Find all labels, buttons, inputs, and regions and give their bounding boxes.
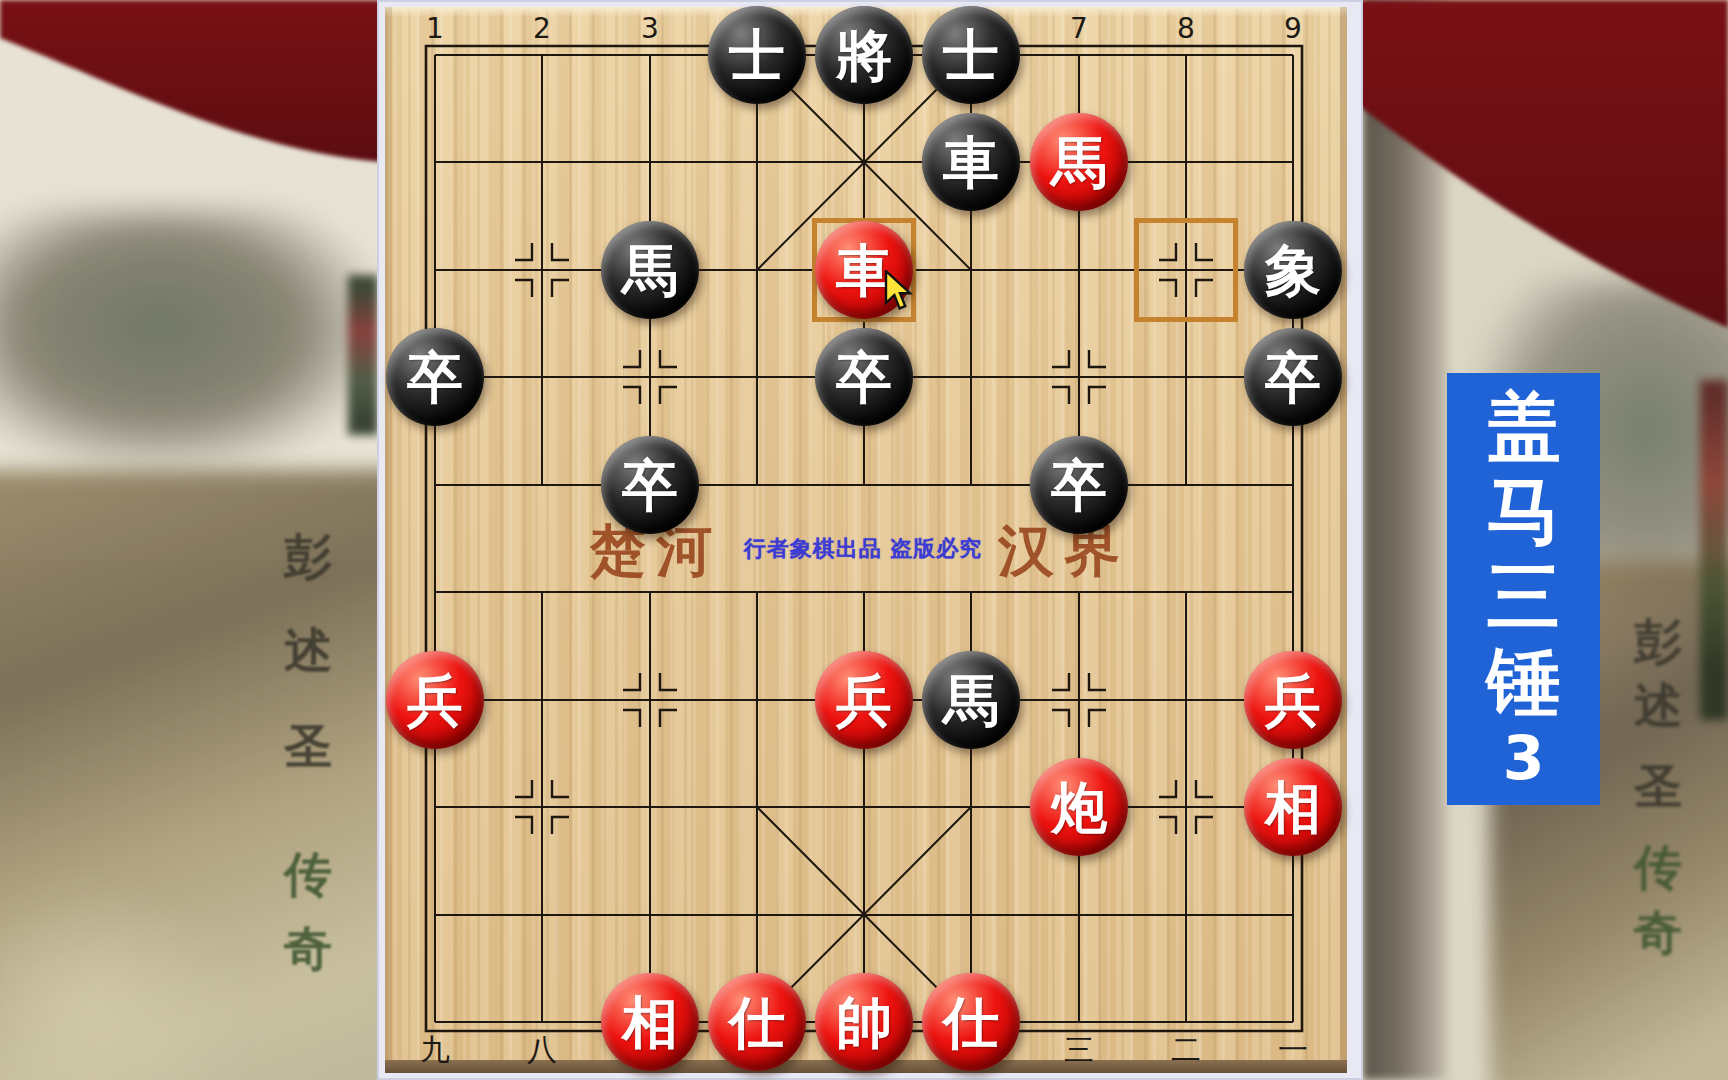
piece-glyph: 仕 (729, 994, 785, 1050)
puzzle-title-char: 锤 (1487, 644, 1561, 718)
file-label-top-9: 9 (1271, 12, 1315, 45)
file-label-top-7: 7 (1057, 12, 1101, 45)
puzzle-title-char: 三 (1487, 559, 1561, 633)
piece-glyph: 帥 (836, 994, 892, 1050)
piece-black-horse[interactable]: 馬 (601, 221, 699, 319)
piece-black-general[interactable]: 將 (815, 6, 913, 104)
puzzle-title-char: 盖 (1487, 390, 1561, 464)
piece-red-elephant[interactable]: 相 (601, 973, 699, 1071)
piece-glyph: 將 (836, 27, 892, 83)
piece-black-advisor[interactable]: 士 (708, 6, 806, 104)
piece-red-elephant[interactable]: 相 (1244, 758, 1342, 856)
file-label-top-2: 2 (520, 12, 564, 45)
piece-glyph: 兵 (836, 672, 892, 728)
piece-glyph: 兵 (1265, 672, 1321, 728)
piece-glyph: 卒 (836, 349, 892, 405)
piece-black-pawn[interactable]: 卒 (601, 436, 699, 534)
piece-black-elephant[interactable]: 象 (1244, 221, 1342, 319)
screenshot-canvas: 彭述圣传奇 彭述圣传奇 123789 九八三二一 楚河 汉界 行者象棋出品 盗版… (0, 0, 1728, 1080)
piece-glyph: 士 (943, 27, 999, 83)
file-label-bottom-9: 一 (1271, 1030, 1315, 1071)
piece-black-pawn[interactable]: 卒 (386, 328, 484, 426)
piece-red-cannon[interactable]: 炮 (1030, 758, 1128, 856)
piece-red-king[interactable]: 帥 (815, 973, 913, 1071)
piece-glyph: 卒 (1051, 457, 1107, 513)
watermark-text: 行者象棋出品 盗版必究 (698, 534, 1028, 564)
file-label-bottom-2: 八 (520, 1030, 564, 1071)
piece-red-advisor[interactable]: 仕 (708, 973, 806, 1071)
piece-black-pawn[interactable]: 卒 (1244, 328, 1342, 426)
piece-glyph: 車 (943, 134, 999, 190)
file-label-top-1: 1 (413, 12, 457, 45)
move-origin-box (1134, 218, 1238, 322)
mouse-cursor-icon (884, 270, 914, 312)
piece-red-advisor[interactable]: 仕 (922, 973, 1020, 1071)
piece-glyph: 相 (622, 994, 678, 1050)
file-label-bottom-7: 三 (1057, 1030, 1101, 1071)
piece-glyph: 馬 (622, 242, 678, 298)
piece-glyph: 卒 (407, 349, 463, 405)
piece-glyph: 士 (729, 27, 785, 83)
piece-glyph: 相 (1265, 779, 1321, 835)
piece-glyph: 卒 (622, 457, 678, 513)
piece-red-pawn[interactable]: 兵 (1244, 651, 1342, 749)
piece-glyph: 馬 (943, 672, 999, 728)
piece-glyph: 仕 (943, 994, 999, 1050)
piece-red-horse[interactable]: 馬 (1030, 113, 1128, 211)
piece-red-pawn[interactable]: 兵 (815, 651, 913, 749)
file-label-bottom-8: 二 (1164, 1030, 1208, 1071)
piece-glyph: 兵 (407, 672, 463, 728)
puzzle-title-char: 马 (1487, 474, 1561, 548)
piece-black-advisor[interactable]: 士 (922, 6, 1020, 104)
puzzle-title-char: 3 (1503, 728, 1545, 788)
file-label-top-8: 8 (1164, 12, 1208, 45)
piece-black-pawn[interactable]: 卒 (815, 328, 913, 426)
piece-glyph: 象 (1265, 242, 1321, 298)
file-label-top-3: 3 (628, 12, 672, 45)
piece-red-pawn[interactable]: 兵 (386, 651, 484, 749)
piece-black-pawn[interactable]: 卒 (1030, 436, 1128, 534)
piece-black-horse[interactable]: 馬 (922, 651, 1020, 749)
file-label-bottom-1: 九 (413, 1030, 457, 1071)
piece-glyph: 馬 (1051, 134, 1107, 190)
piece-glyph: 炮 (1051, 779, 1107, 835)
puzzle-title-badge: 盖马三锤3 (1447, 373, 1600, 805)
piece-black-chariot[interactable]: 車 (922, 113, 1020, 211)
piece-glyph: 卒 (1265, 349, 1321, 405)
